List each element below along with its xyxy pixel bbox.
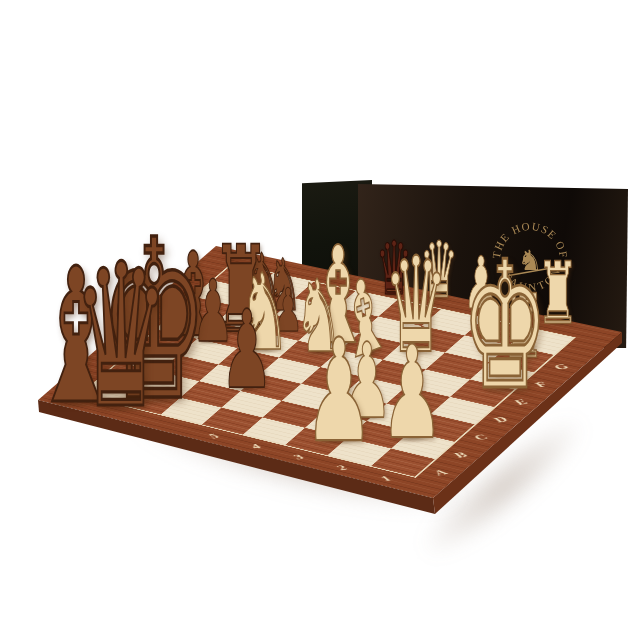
pieces-layer: ♝♛♚♝♟♜♞♞♟♟♛♞♞♝♝♛♛♟♚♜♜♟♟♟ bbox=[0, 0, 640, 640]
piece-light-king-e1: ♚ bbox=[457, 239, 554, 415]
piece-light-pawn-b2: ♟ bbox=[300, 320, 378, 462]
piece-dark-pawn-c5: ♟ bbox=[217, 296, 276, 404]
product-photo-stage: THE HOUSE OF STAUNTON ♞ 54321ABCDEFG ♝♛♚… bbox=[0, 0, 640, 640]
piece-dark-queen-a7: ♛ bbox=[67, 238, 176, 436]
piece-light-pawn-c2: ♟ bbox=[377, 329, 447, 457]
